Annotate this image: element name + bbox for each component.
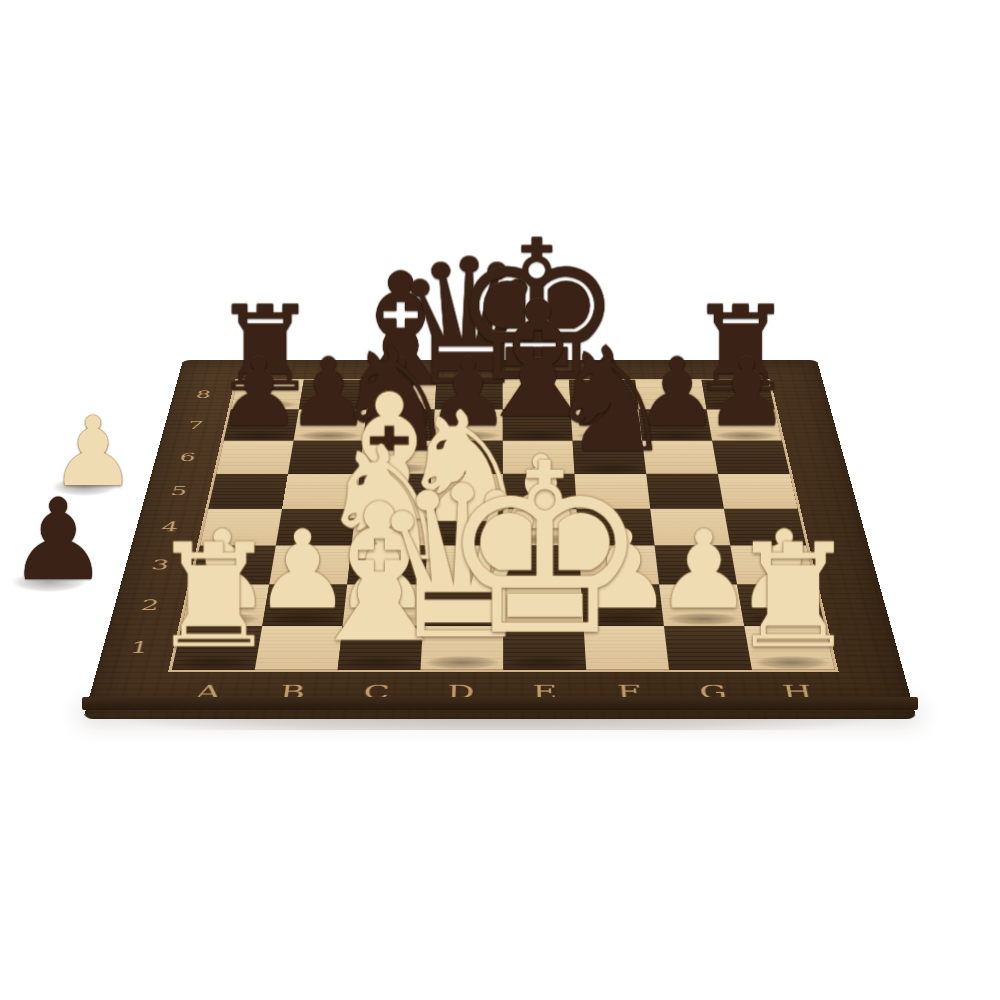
piece-white-king-e1: ♚ [439,434,650,669]
rank-label-6: 6 [157,441,217,474]
chess-board: ♜♝♛♚♜♟♟♟♟♝♟♟♟♞♞♝♞♟♞♟♟♟♟♟♟♜♝♛♚♜ ABCDEFGH … [83,360,916,718]
square-g5 [646,474,724,509]
rank-label-5: 5 [148,474,210,509]
square-a5 [208,474,288,509]
square-e1: ♚ [503,626,586,670]
square-a1: ♜ [172,626,262,670]
product-render-scene: ♜♝♛♚♜♟♟♟♟♝♟♟♟♞♞♝♞♟♞♟♟♟♟♟♟♜♝♛♚♜ ABCDEFGH … [0,0,1000,1000]
square-h6 [712,441,789,474]
square-a6 [216,441,293,474]
board-squares: ♜♝♛♚♜♟♟♟♟♝♟♟♟♞♞♝♞♟♞♟♟♟♟♟♟♜♝♛♚♜ [172,380,835,670]
board-front-edge [82,697,918,710]
captured-black-pawn: ♟ [8,484,108,596]
square-h1: ♜ [744,626,834,670]
piece-white-rook-h1: ♜ [729,525,857,668]
piece-white-rook-a1: ♜ [149,525,277,668]
square-h7: ♟ [707,410,782,441]
playing-area: ♜♝♛♚♜♟♟♟♟♝♟♟♟♞♞♝♞♟♞♟♟♟♟♟♟♜♝♛♚♜ [168,379,838,672]
square-h5 [718,474,798,509]
piece-black-pawn-h7: ♟ [705,346,789,440]
